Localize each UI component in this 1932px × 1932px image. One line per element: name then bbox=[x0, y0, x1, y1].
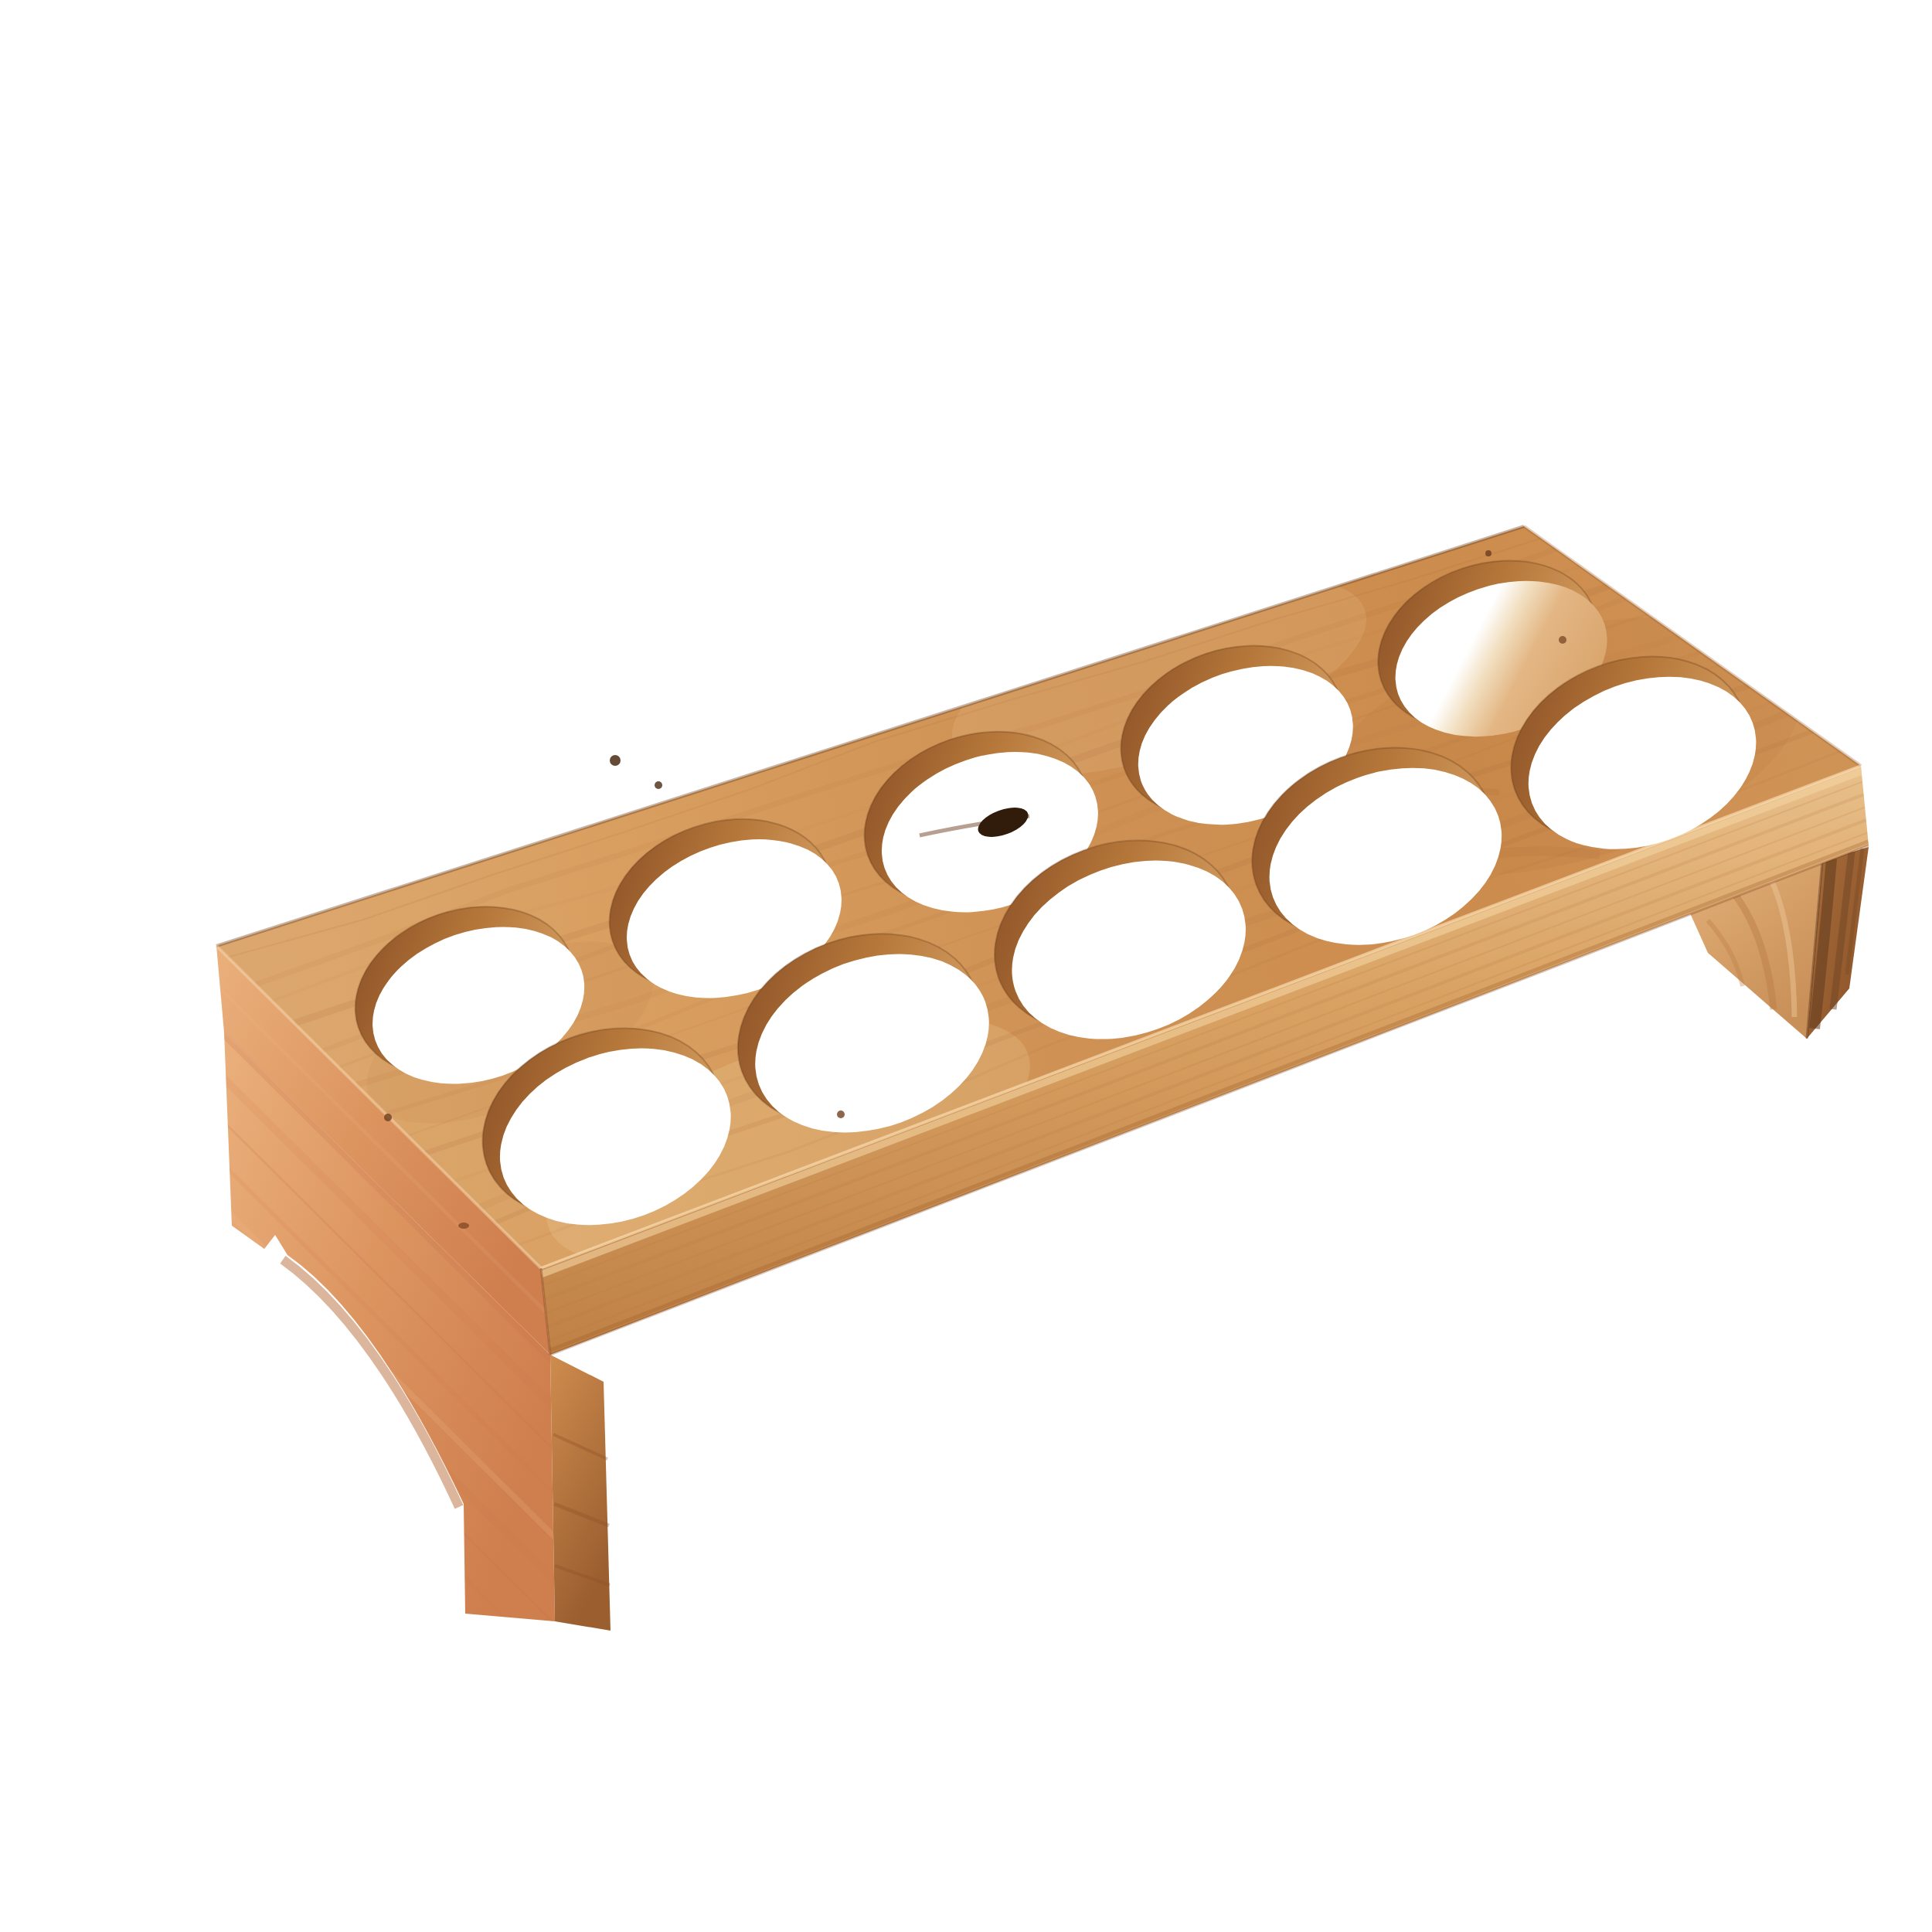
pin-knot bbox=[610, 755, 621, 766]
speck bbox=[1485, 550, 1492, 556]
left-leg-foot-side-face bbox=[550, 1355, 611, 1631]
wooden-rack bbox=[215, 526, 1869, 1932]
photo-stage: Three-quarter overhead photo of a handma… bbox=[31, 12, 1932, 1932]
speck bbox=[837, 1111, 845, 1118]
worm-hole bbox=[458, 1223, 469, 1229]
speck bbox=[384, 1114, 392, 1121]
pin-knot bbox=[655, 781, 662, 789]
wooden-rack-photo bbox=[31, 12, 1932, 1932]
grain-line bbox=[215, 1589, 570, 1932]
speck bbox=[1559, 636, 1566, 644]
